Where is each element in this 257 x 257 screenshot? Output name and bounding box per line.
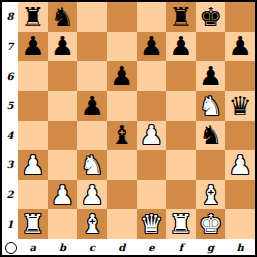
black-king: ♚ — [199, 4, 222, 30]
square-f7[interactable]: ♟ — [166, 32, 196, 62]
file-label-c: c — [89, 242, 95, 253]
square-e3[interactable] — [137, 150, 167, 180]
black-pawn: ♟ — [169, 33, 192, 59]
square-b2[interactable]: ♟ — [48, 180, 78, 210]
square-a1[interactable]: ♜ — [18, 209, 48, 239]
white-knight: ♞ — [199, 93, 222, 119]
square-e8[interactable] — [137, 2, 167, 32]
square-b7[interactable]: ♟ — [48, 32, 78, 62]
square-e5[interactable] — [137, 91, 167, 121]
square-d5[interactable] — [107, 91, 137, 121]
black-pawn: ♟ — [110, 63, 133, 89]
black-pawn: ♟ — [229, 33, 252, 59]
square-d6[interactable]: ♟ — [107, 61, 137, 91]
file-labels: a b c d e f g h — [18, 239, 255, 255]
white-rook: ♜ — [169, 211, 192, 237]
square-c1[interactable]: ♝ — [77, 209, 107, 239]
square-c3[interactable]: ♞ — [77, 150, 107, 180]
square-c2[interactable]: ♟ — [77, 180, 107, 210]
chess-diagram: 8 7 6 5 4 3 2 1 ♜♞♜♚♟♟♟♟♟♟♟♟♞♛♝♟♞♟♞♟♟♟♝♜… — [0, 0, 257, 257]
black-bishop: ♝ — [110, 122, 133, 148]
square-f8[interactable]: ♜ — [166, 2, 196, 32]
black-pawn: ♟ — [80, 93, 103, 119]
square-f2[interactable] — [166, 180, 196, 210]
square-a6[interactable] — [18, 61, 48, 91]
chess-board: ♜♞♜♚♟♟♟♟♟♟♟♟♞♛♝♟♞♟♞♟♟♟♝♜♝♛♜♚ — [18, 2, 255, 239]
square-e6[interactable] — [137, 61, 167, 91]
file-label-d: d — [118, 242, 125, 253]
square-a3[interactable]: ♟ — [18, 150, 48, 180]
square-h6[interactable] — [225, 61, 255, 91]
file-label-h: h — [237, 242, 244, 253]
square-f3[interactable] — [166, 150, 196, 180]
square-b5[interactable] — [48, 91, 78, 121]
square-f4[interactable] — [166, 121, 196, 151]
white-pawn: ♟ — [229, 152, 252, 178]
square-e1[interactable]: ♛ — [137, 209, 167, 239]
square-g7[interactable] — [196, 32, 226, 62]
black-rook: ♜ — [21, 4, 44, 30]
white-knight: ♞ — [80, 152, 103, 178]
black-queen: ♛ — [229, 93, 252, 119]
square-d2[interactable] — [107, 180, 137, 210]
square-g5[interactable]: ♞ — [196, 91, 226, 121]
square-e7[interactable]: ♟ — [137, 32, 167, 62]
square-f6[interactable] — [166, 61, 196, 91]
square-a5[interactable] — [18, 91, 48, 121]
square-h4[interactable] — [225, 121, 255, 151]
square-h1[interactable] — [225, 209, 255, 239]
file-label-g: g — [207, 242, 214, 253]
rank-labels: 8 7 6 5 4 3 2 1 — [2, 2, 18, 239]
white-pawn: ♟ — [80, 182, 103, 208]
rank-label-3: 3 — [7, 159, 14, 170]
square-b6[interactable] — [48, 61, 78, 91]
square-e2[interactable] — [137, 180, 167, 210]
square-g2[interactable]: ♝ — [196, 180, 226, 210]
white-bishop: ♝ — [80, 211, 103, 237]
square-e4[interactable]: ♟ — [137, 121, 167, 151]
square-g3[interactable] — [196, 150, 226, 180]
white-queen: ♛ — [140, 211, 163, 237]
square-g6[interactable]: ♟ — [196, 61, 226, 91]
square-h8[interactable] — [225, 2, 255, 32]
rank-label-7: 7 — [7, 41, 14, 52]
rank-label-5: 5 — [7, 100, 14, 111]
square-a8[interactable]: ♜ — [18, 2, 48, 32]
rank-label-2: 2 — [7, 189, 14, 200]
square-f5[interactable] — [166, 91, 196, 121]
white-to-move-indicator-icon — [5, 242, 17, 254]
white-king: ♚ — [199, 211, 222, 237]
black-pawn: ♟ — [51, 33, 74, 59]
file-label-b: b — [59, 242, 66, 253]
white-rook: ♜ — [21, 211, 44, 237]
square-g4[interactable]: ♞ — [196, 121, 226, 151]
square-a2[interactable] — [18, 180, 48, 210]
file-label-f: f — [179, 242, 183, 253]
square-h7[interactable]: ♟ — [225, 32, 255, 62]
square-d1[interactable] — [107, 209, 137, 239]
file-label-a: a — [30, 242, 36, 253]
square-g8[interactable]: ♚ — [196, 2, 226, 32]
square-a7[interactable]: ♟ — [18, 32, 48, 62]
square-h2[interactable] — [225, 180, 255, 210]
square-h5[interactable]: ♛ — [225, 91, 255, 121]
black-pawn: ♟ — [199, 63, 222, 89]
square-b8[interactable]: ♞ — [48, 2, 78, 32]
square-d8[interactable] — [107, 2, 137, 32]
square-b4[interactable] — [48, 121, 78, 151]
square-c8[interactable] — [77, 2, 107, 32]
white-pawn: ♟ — [51, 182, 74, 208]
black-knight: ♞ — [199, 122, 222, 148]
black-pawn: ♟ — [140, 33, 163, 59]
square-d4[interactable]: ♝ — [107, 121, 137, 151]
square-c5[interactable]: ♟ — [77, 91, 107, 121]
black-pawn: ♟ — [21, 33, 44, 59]
square-d7[interactable] — [107, 32, 137, 62]
square-h3[interactable]: ♟ — [225, 150, 255, 180]
square-f1[interactable]: ♜ — [166, 209, 196, 239]
square-c4[interactable] — [77, 121, 107, 151]
file-label-e: e — [148, 242, 154, 253]
white-pawn: ♟ — [21, 152, 44, 178]
square-g1[interactable]: ♚ — [196, 209, 226, 239]
black-knight: ♞ — [51, 4, 74, 30]
rank-label-6: 6 — [7, 71, 14, 82]
rank-label-4: 4 — [7, 130, 14, 141]
rank-label-1: 1 — [7, 219, 14, 230]
white-pawn: ♟ — [140, 122, 163, 148]
square-b1[interactable] — [48, 209, 78, 239]
square-b3[interactable] — [48, 150, 78, 180]
square-a4[interactable] — [18, 121, 48, 151]
white-bishop: ♝ — [199, 182, 222, 208]
rank-label-8: 8 — [7, 11, 14, 22]
square-c7[interactable] — [77, 32, 107, 62]
square-c6[interactable] — [77, 61, 107, 91]
square-d3[interactable] — [107, 150, 137, 180]
black-rook: ♜ — [169, 4, 192, 30]
